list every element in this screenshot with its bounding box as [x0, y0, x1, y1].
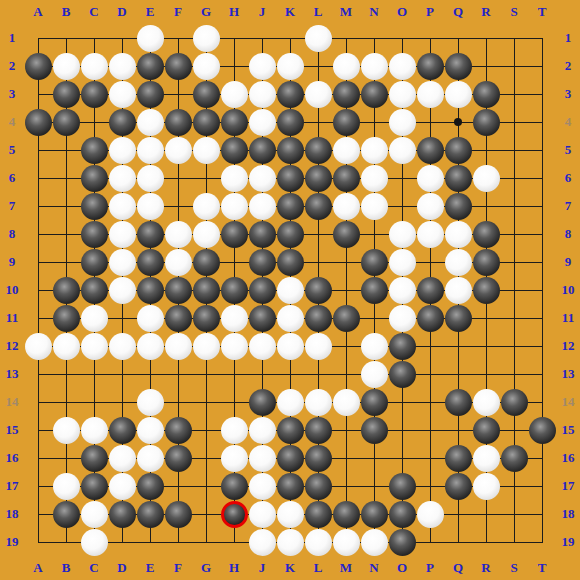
intersection-K4[interactable]: [276, 108, 304, 136]
intersection-E4[interactable]: [136, 108, 164, 136]
intersection-K14[interactable]: [276, 388, 304, 416]
intersection-D19[interactable]: [108, 528, 136, 556]
intersection-E13[interactable]: [136, 360, 164, 388]
intersection-M2[interactable]: [332, 52, 360, 80]
intersection-H17[interactable]: [220, 472, 248, 500]
intersection-F5[interactable]: [164, 136, 192, 164]
intersection-B18[interactable]: [52, 500, 80, 528]
intersection-C2[interactable]: [80, 52, 108, 80]
intersection-C18[interactable]: [80, 500, 108, 528]
intersection-A9[interactable]: [24, 248, 52, 276]
intersection-G6[interactable]: [192, 164, 220, 192]
intersection-J10[interactable]: [248, 276, 276, 304]
intersection-Q11[interactable]: [444, 304, 472, 332]
intersection-G8[interactable]: [192, 220, 220, 248]
intersection-G4[interactable]: [192, 108, 220, 136]
intersection-M10[interactable]: [332, 276, 360, 304]
intersection-T4[interactable]: [528, 108, 556, 136]
intersection-O18[interactable]: [388, 500, 416, 528]
intersection-T12[interactable]: [528, 332, 556, 360]
intersection-S2[interactable]: [500, 52, 528, 80]
intersection-S14[interactable]: [500, 388, 528, 416]
intersection-N12[interactable]: [360, 332, 388, 360]
intersection-N4[interactable]: [360, 108, 388, 136]
intersection-T14[interactable]: [528, 388, 556, 416]
intersection-B16[interactable]: [52, 444, 80, 472]
intersection-O2[interactable]: [388, 52, 416, 80]
intersection-G3[interactable]: [192, 80, 220, 108]
intersection-M6[interactable]: [332, 164, 360, 192]
intersection-L4[interactable]: [304, 108, 332, 136]
intersection-M5[interactable]: [332, 136, 360, 164]
intersection-F18[interactable]: [164, 500, 192, 528]
intersection-F7[interactable]: [164, 192, 192, 220]
intersection-G12[interactable]: [192, 332, 220, 360]
intersection-O6[interactable]: [388, 164, 416, 192]
intersection-R17[interactable]: [472, 472, 500, 500]
intersection-E10[interactable]: [136, 276, 164, 304]
intersection-A5[interactable]: [24, 136, 52, 164]
intersection-L13[interactable]: [304, 360, 332, 388]
intersection-T3[interactable]: [528, 80, 556, 108]
intersection-M13[interactable]: [332, 360, 360, 388]
intersection-S19[interactable]: [500, 528, 528, 556]
intersection-S3[interactable]: [500, 80, 528, 108]
intersection-G10[interactable]: [192, 276, 220, 304]
intersection-E16[interactable]: [136, 444, 164, 472]
intersection-D15[interactable]: [108, 416, 136, 444]
intersection-D3[interactable]: [108, 80, 136, 108]
intersection-T19[interactable]: [528, 528, 556, 556]
intersection-C9[interactable]: [80, 248, 108, 276]
intersection-K18[interactable]: [276, 500, 304, 528]
intersection-O17[interactable]: [388, 472, 416, 500]
intersection-S8[interactable]: [500, 220, 528, 248]
intersection-R16[interactable]: [472, 444, 500, 472]
intersection-F2[interactable]: [164, 52, 192, 80]
intersection-B15[interactable]: [52, 416, 80, 444]
intersection-S17[interactable]: [500, 472, 528, 500]
intersection-E18[interactable]: [136, 500, 164, 528]
intersection-J1[interactable]: [248, 24, 276, 52]
intersection-L5[interactable]: [304, 136, 332, 164]
intersection-A3[interactable]: [24, 80, 52, 108]
intersection-T16[interactable]: [528, 444, 556, 472]
intersection-S11[interactable]: [500, 304, 528, 332]
intersection-L2[interactable]: [304, 52, 332, 80]
intersection-D8[interactable]: [108, 220, 136, 248]
intersection-D14[interactable]: [108, 388, 136, 416]
intersection-A17[interactable]: [24, 472, 52, 500]
intersection-B3[interactable]: [52, 80, 80, 108]
intersection-D17[interactable]: [108, 472, 136, 500]
intersection-J8[interactable]: [248, 220, 276, 248]
intersection-J14[interactable]: [248, 388, 276, 416]
intersection-O11[interactable]: [388, 304, 416, 332]
intersection-R3[interactable]: [472, 80, 500, 108]
intersection-R2[interactable]: [472, 52, 500, 80]
intersection-O15[interactable]: [388, 416, 416, 444]
intersection-S1[interactable]: [500, 24, 528, 52]
intersection-K16[interactable]: [276, 444, 304, 472]
intersection-H12[interactable]: [220, 332, 248, 360]
intersection-H15[interactable]: [220, 416, 248, 444]
intersection-H6[interactable]: [220, 164, 248, 192]
intersection-D6[interactable]: [108, 164, 136, 192]
intersection-G19[interactable]: [192, 528, 220, 556]
intersection-P18[interactable]: [416, 500, 444, 528]
intersection-D18[interactable]: [108, 500, 136, 528]
intersection-H10[interactable]: [220, 276, 248, 304]
intersection-N6[interactable]: [360, 164, 388, 192]
intersection-N18[interactable]: [360, 500, 388, 528]
intersection-A18[interactable]: [24, 500, 52, 528]
intersection-N15[interactable]: [360, 416, 388, 444]
intersection-F9[interactable]: [164, 248, 192, 276]
intersection-S6[interactable]: [500, 164, 528, 192]
intersection-F3[interactable]: [164, 80, 192, 108]
intersection-D12[interactable]: [108, 332, 136, 360]
intersection-O3[interactable]: [388, 80, 416, 108]
intersection-Q16[interactable]: [444, 444, 472, 472]
intersection-P11[interactable]: [416, 304, 444, 332]
intersection-E7[interactable]: [136, 192, 164, 220]
intersection-C15[interactable]: [80, 416, 108, 444]
intersection-N13[interactable]: [360, 360, 388, 388]
intersection-Q12[interactable]: [444, 332, 472, 360]
intersection-B12[interactable]: [52, 332, 80, 360]
intersection-E6[interactable]: [136, 164, 164, 192]
intersection-O7[interactable]: [388, 192, 416, 220]
intersection-N7[interactable]: [360, 192, 388, 220]
intersection-G16[interactable]: [192, 444, 220, 472]
intersection-R6[interactable]: [472, 164, 500, 192]
intersection-H4[interactable]: [220, 108, 248, 136]
intersection-E1[interactable]: [136, 24, 164, 52]
intersection-K15[interactable]: [276, 416, 304, 444]
intersection-R19[interactable]: [472, 528, 500, 556]
intersection-K11[interactable]: [276, 304, 304, 332]
intersection-F14[interactable]: [164, 388, 192, 416]
intersection-B13[interactable]: [52, 360, 80, 388]
intersection-M11[interactable]: [332, 304, 360, 332]
intersection-G5[interactable]: [192, 136, 220, 164]
intersection-J13[interactable]: [248, 360, 276, 388]
intersection-P12[interactable]: [416, 332, 444, 360]
intersection-L19[interactable]: [304, 528, 332, 556]
intersection-K1[interactable]: [276, 24, 304, 52]
intersection-C8[interactable]: [80, 220, 108, 248]
intersection-P10[interactable]: [416, 276, 444, 304]
intersection-R18[interactable]: [472, 500, 500, 528]
intersection-D4[interactable]: [108, 108, 136, 136]
intersection-H1[interactable]: [220, 24, 248, 52]
intersection-B19[interactable]: [52, 528, 80, 556]
intersection-L7[interactable]: [304, 192, 332, 220]
intersection-F19[interactable]: [164, 528, 192, 556]
intersection-O5[interactable]: [388, 136, 416, 164]
intersection-R8[interactable]: [472, 220, 500, 248]
intersection-P5[interactable]: [416, 136, 444, 164]
intersection-M16[interactable]: [332, 444, 360, 472]
intersection-M7[interactable]: [332, 192, 360, 220]
intersection-N10[interactable]: [360, 276, 388, 304]
intersection-O8[interactable]: [388, 220, 416, 248]
intersection-L12[interactable]: [304, 332, 332, 360]
intersection-A13[interactable]: [24, 360, 52, 388]
intersection-A15[interactable]: [24, 416, 52, 444]
intersection-N16[interactable]: [360, 444, 388, 472]
intersection-B11[interactable]: [52, 304, 80, 332]
intersection-P13[interactable]: [416, 360, 444, 388]
intersection-M15[interactable]: [332, 416, 360, 444]
intersection-H2[interactable]: [220, 52, 248, 80]
intersection-G2[interactable]: [192, 52, 220, 80]
intersection-Q3[interactable]: [444, 80, 472, 108]
intersection-S16[interactable]: [500, 444, 528, 472]
intersection-B2[interactable]: [52, 52, 80, 80]
intersection-B6[interactable]: [52, 164, 80, 192]
intersection-H5[interactable]: [220, 136, 248, 164]
intersection-B10[interactable]: [52, 276, 80, 304]
intersection-M19[interactable]: [332, 528, 360, 556]
intersection-P8[interactable]: [416, 220, 444, 248]
intersection-D1[interactable]: [108, 24, 136, 52]
intersection-C1[interactable]: [80, 24, 108, 52]
intersection-O16[interactable]: [388, 444, 416, 472]
intersection-P17[interactable]: [416, 472, 444, 500]
intersection-Q17[interactable]: [444, 472, 472, 500]
intersection-Q8[interactable]: [444, 220, 472, 248]
intersection-K7[interactable]: [276, 192, 304, 220]
intersection-O19[interactable]: [388, 528, 416, 556]
intersection-R4[interactable]: [472, 108, 500, 136]
intersection-Q7[interactable]: [444, 192, 472, 220]
intersection-R1[interactable]: [472, 24, 500, 52]
intersection-K5[interactable]: [276, 136, 304, 164]
intersection-H16[interactable]: [220, 444, 248, 472]
intersection-Q14[interactable]: [444, 388, 472, 416]
intersection-G7[interactable]: [192, 192, 220, 220]
intersection-S13[interactable]: [500, 360, 528, 388]
intersection-F10[interactable]: [164, 276, 192, 304]
intersection-J9[interactable]: [248, 248, 276, 276]
intersection-N19[interactable]: [360, 528, 388, 556]
intersection-E14[interactable]: [136, 388, 164, 416]
intersection-M1[interactable]: [332, 24, 360, 52]
intersection-N9[interactable]: [360, 248, 388, 276]
intersection-E15[interactable]: [136, 416, 164, 444]
intersection-G11[interactable]: [192, 304, 220, 332]
intersection-T15[interactable]: [528, 416, 556, 444]
intersection-P16[interactable]: [416, 444, 444, 472]
intersection-N1[interactable]: [360, 24, 388, 52]
intersection-E3[interactable]: [136, 80, 164, 108]
intersection-P9[interactable]: [416, 248, 444, 276]
intersection-Q15[interactable]: [444, 416, 472, 444]
intersection-S10[interactable]: [500, 276, 528, 304]
intersection-C5[interactable]: [80, 136, 108, 164]
intersection-Q9[interactable]: [444, 248, 472, 276]
intersection-F8[interactable]: [164, 220, 192, 248]
intersection-K12[interactable]: [276, 332, 304, 360]
intersection-S15[interactable]: [500, 416, 528, 444]
intersection-T13[interactable]: [528, 360, 556, 388]
intersection-G1[interactable]: [192, 24, 220, 52]
intersection-N5[interactable]: [360, 136, 388, 164]
intersection-N2[interactable]: [360, 52, 388, 80]
intersection-N3[interactable]: [360, 80, 388, 108]
intersection-T1[interactable]: [528, 24, 556, 52]
intersection-S4[interactable]: [500, 108, 528, 136]
intersection-E12[interactable]: [136, 332, 164, 360]
intersection-Q5[interactable]: [444, 136, 472, 164]
intersection-M3[interactable]: [332, 80, 360, 108]
intersection-J18[interactable]: [248, 500, 276, 528]
intersection-T8[interactable]: [528, 220, 556, 248]
intersection-R15[interactable]: [472, 416, 500, 444]
intersection-N11[interactable]: [360, 304, 388, 332]
intersection-J3[interactable]: [248, 80, 276, 108]
intersection-R10[interactable]: [472, 276, 500, 304]
intersection-L10[interactable]: [304, 276, 332, 304]
intersection-T7[interactable]: [528, 192, 556, 220]
intersection-A14[interactable]: [24, 388, 52, 416]
intersection-C19[interactable]: [80, 528, 108, 556]
intersection-J16[interactable]: [248, 444, 276, 472]
intersection-R5[interactable]: [472, 136, 500, 164]
intersection-S12[interactable]: [500, 332, 528, 360]
intersection-L14[interactable]: [304, 388, 332, 416]
intersection-M18[interactable]: [332, 500, 360, 528]
intersection-D2[interactable]: [108, 52, 136, 80]
intersection-A12[interactable]: [24, 332, 52, 360]
intersection-R14[interactable]: [472, 388, 500, 416]
intersection-P6[interactable]: [416, 164, 444, 192]
intersection-K6[interactable]: [276, 164, 304, 192]
intersection-D7[interactable]: [108, 192, 136, 220]
intersection-L17[interactable]: [304, 472, 332, 500]
intersection-D11[interactable]: [108, 304, 136, 332]
intersection-A2[interactable]: [24, 52, 52, 80]
intersection-C10[interactable]: [80, 276, 108, 304]
intersection-F15[interactable]: [164, 416, 192, 444]
intersection-O14[interactable]: [388, 388, 416, 416]
intersection-C6[interactable]: [80, 164, 108, 192]
intersection-M9[interactable]: [332, 248, 360, 276]
intersection-P3[interactable]: [416, 80, 444, 108]
intersection-Q10[interactable]: [444, 276, 472, 304]
intersection-E2[interactable]: [136, 52, 164, 80]
intersection-O10[interactable]: [388, 276, 416, 304]
intersection-K13[interactable]: [276, 360, 304, 388]
intersection-T2[interactable]: [528, 52, 556, 80]
intersection-Q6[interactable]: [444, 164, 472, 192]
intersection-O12[interactable]: [388, 332, 416, 360]
intersection-D10[interactable]: [108, 276, 136, 304]
intersection-L16[interactable]: [304, 444, 332, 472]
intersection-H18[interactable]: [220, 500, 248, 528]
intersection-A4[interactable]: [24, 108, 52, 136]
intersection-P1[interactable]: [416, 24, 444, 52]
intersection-R9[interactable]: [472, 248, 500, 276]
intersection-D13[interactable]: [108, 360, 136, 388]
intersection-R12[interactable]: [472, 332, 500, 360]
intersection-E17[interactable]: [136, 472, 164, 500]
intersection-G14[interactable]: [192, 388, 220, 416]
intersection-Q18[interactable]: [444, 500, 472, 528]
intersection-O1[interactable]: [388, 24, 416, 52]
intersection-A19[interactable]: [24, 528, 52, 556]
intersection-S9[interactable]: [500, 248, 528, 276]
intersection-A7[interactable]: [24, 192, 52, 220]
intersection-R11[interactable]: [472, 304, 500, 332]
intersection-T10[interactable]: [528, 276, 556, 304]
intersection-L11[interactable]: [304, 304, 332, 332]
intersection-O9[interactable]: [388, 248, 416, 276]
intersection-L18[interactable]: [304, 500, 332, 528]
intersection-C16[interactable]: [80, 444, 108, 472]
intersection-N8[interactable]: [360, 220, 388, 248]
intersection-A16[interactable]: [24, 444, 52, 472]
intersection-D5[interactable]: [108, 136, 136, 164]
intersection-H3[interactable]: [220, 80, 248, 108]
intersection-C12[interactable]: [80, 332, 108, 360]
intersection-F13[interactable]: [164, 360, 192, 388]
intersection-E8[interactable]: [136, 220, 164, 248]
intersection-O13[interactable]: [388, 360, 416, 388]
intersection-R7[interactable]: [472, 192, 500, 220]
intersection-F12[interactable]: [164, 332, 192, 360]
intersection-M8[interactable]: [332, 220, 360, 248]
intersection-G17[interactable]: [192, 472, 220, 500]
intersection-N17[interactable]: [360, 472, 388, 500]
intersection-G18[interactable]: [192, 500, 220, 528]
intersection-O4[interactable]: [388, 108, 416, 136]
intersection-C17[interactable]: [80, 472, 108, 500]
intersection-L1[interactable]: [304, 24, 332, 52]
intersection-J2[interactable]: [248, 52, 276, 80]
intersection-H13[interactable]: [220, 360, 248, 388]
intersection-F17[interactable]: [164, 472, 192, 500]
intersection-J5[interactable]: [248, 136, 276, 164]
intersection-T6[interactable]: [528, 164, 556, 192]
intersection-J6[interactable]: [248, 164, 276, 192]
intersection-A10[interactable]: [24, 276, 52, 304]
intersection-H14[interactable]: [220, 388, 248, 416]
intersection-B9[interactable]: [52, 248, 80, 276]
intersection-L9[interactable]: [304, 248, 332, 276]
intersection-K2[interactable]: [276, 52, 304, 80]
intersection-J19[interactable]: [248, 528, 276, 556]
intersection-F11[interactable]: [164, 304, 192, 332]
intersection-C11[interactable]: [80, 304, 108, 332]
intersection-Q19[interactable]: [444, 528, 472, 556]
intersection-J12[interactable]: [248, 332, 276, 360]
intersection-A11[interactable]: [24, 304, 52, 332]
intersection-M12[interactable]: [332, 332, 360, 360]
intersection-J11[interactable]: [248, 304, 276, 332]
intersection-B7[interactable]: [52, 192, 80, 220]
intersection-F4[interactable]: [164, 108, 192, 136]
intersection-P19[interactable]: [416, 528, 444, 556]
intersection-G13[interactable]: [192, 360, 220, 388]
intersection-D9[interactable]: [108, 248, 136, 276]
intersection-S5[interactable]: [500, 136, 528, 164]
intersection-P4[interactable]: [416, 108, 444, 136]
intersection-G9[interactable]: [192, 248, 220, 276]
intersection-J17[interactable]: [248, 472, 276, 500]
